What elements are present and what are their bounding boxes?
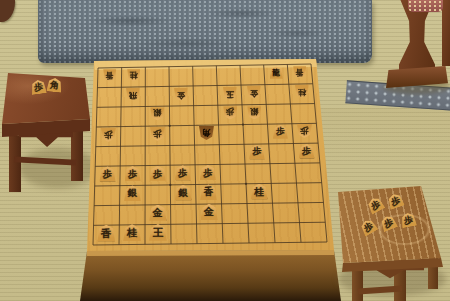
chair-post bbox=[442, 0, 450, 66]
right-komadai-leg bbox=[352, 268, 363, 301]
board-front-face bbox=[78, 248, 348, 301]
left-komadai-leg bbox=[9, 136, 21, 192]
shogi-match-photo: 香桂龍香飛金玉金桂銀歩銀歩歩角歩歩歩歩歩歩歩歩歩銀銀香桂金金香桂王 歩角歩歩歩歩… bbox=[0, 0, 450, 301]
zabuton-pattern bbox=[60, 6, 340, 56]
shogi-board-surface[interactable] bbox=[80, 55, 345, 255]
chair-brocade-cushion bbox=[408, 0, 443, 12]
left-komadai-shadow bbox=[18, 148, 98, 188]
